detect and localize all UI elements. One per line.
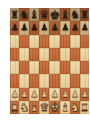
white-knight-piece[interactable]: ♞ [70,102,80,113]
square-g5[interactable] [70,48,80,61]
square-f2[interactable]: ♟ [60,88,70,101]
square-b5[interactable] [19,48,29,61]
square-e5[interactable] [49,48,60,61]
square-d2[interactable]: ♟ [39,88,49,101]
white-king-piece[interactable]: ♚ [49,101,60,113]
black-knight-piece[interactable]: ♞ [70,9,80,20]
square-h3[interactable] [80,74,89,87]
white-pawn-piece[interactable]: ♟ [51,90,59,99]
square-a5[interactable] [10,48,19,61]
square-c6[interactable] [29,35,39,48]
black-rook-piece[interactable]: ♜ [80,9,89,20]
square-f7[interactable]: ♟ [60,21,70,34]
square-h7[interactable]: ♟ [80,21,89,34]
square-d6[interactable] [39,35,49,48]
black-pawn-piece[interactable]: ♟ [81,23,89,32]
square-f8[interactable]: ♝ [60,8,70,21]
white-knight-piece[interactable]: ♞ [19,102,29,113]
square-c5[interactable] [29,48,39,61]
black-pawn-piece[interactable]: ♟ [30,23,38,32]
square-f6[interactable] [60,35,70,48]
square-b1[interactable]: ♞ [19,101,29,114]
black-pawn-piece[interactable]: ♟ [11,23,19,32]
square-c2[interactable]: ♟ [29,88,39,101]
square-d3[interactable] [39,74,49,87]
square-d7[interactable]: ♟ [39,21,49,34]
square-d1[interactable]: ♛ [39,101,49,114]
square-f4[interactable] [60,61,70,74]
square-g4[interactable] [70,61,80,74]
black-king-piece[interactable]: ♚ [49,9,60,21]
square-c4[interactable] [29,61,39,74]
square-a7[interactable]: ♟ [10,21,19,34]
square-b3[interactable] [19,74,29,87]
white-pawn-piece[interactable]: ♟ [11,90,19,99]
square-h6[interactable] [80,35,89,48]
square-e7[interactable]: ♟ [49,21,60,34]
black-knight-piece[interactable]: ♞ [19,9,29,20]
square-e4[interactable] [49,61,60,74]
square-e3[interactable] [49,74,60,87]
square-a8[interactable]: ♜ [10,8,19,21]
square-h5[interactable] [80,48,89,61]
square-g1[interactable]: ♞ [70,101,80,114]
white-bishop-piece[interactable]: ♝ [29,102,39,113]
white-rook-piece[interactable]: ♜ [80,102,89,113]
white-pawn-piece[interactable]: ♟ [20,90,28,99]
black-pawn-piece[interactable]: ♟ [51,23,59,32]
square-f5[interactable] [60,48,70,61]
square-c7[interactable]: ♟ [29,21,39,34]
black-bishop-piece[interactable]: ♝ [29,9,39,20]
chess-board: ♜♞♝♛♚♝♞♜♟♟♟♟♟♟♟♟♟♟♟♟♟♟♟♟♜♞♝♛♚♝♞♜ [10,8,80,114]
square-b7[interactable]: ♟ [19,21,29,34]
square-a2[interactable]: ♟ [10,88,19,101]
black-bishop-piece[interactable]: ♝ [60,9,70,20]
square-a3[interactable] [10,74,19,87]
square-e8[interactable]: ♚ [49,8,60,21]
square-b4[interactable] [19,61,29,74]
black-queen-piece[interactable]: ♛ [39,9,49,21]
square-b2[interactable]: ♟ [19,88,29,101]
black-rook-piece[interactable]: ♜ [10,9,19,20]
square-f1[interactable]: ♝ [60,101,70,114]
square-g8[interactable]: ♞ [70,8,80,21]
square-e1[interactable]: ♚ [49,101,60,114]
square-e2[interactable]: ♟ [49,88,60,101]
white-pawn-piece[interactable]: ♟ [81,90,89,99]
black-pawn-piece[interactable]: ♟ [20,23,28,32]
square-f3[interactable] [60,74,70,87]
square-c8[interactable]: ♝ [29,8,39,21]
square-b6[interactable] [19,35,29,48]
square-g3[interactable] [70,74,80,87]
white-pawn-piece[interactable]: ♟ [40,90,48,99]
square-a6[interactable] [10,35,19,48]
white-rook-piece[interactable]: ♜ [10,102,19,113]
square-d5[interactable] [39,48,49,61]
square-h1[interactable]: ♜ [80,101,89,114]
square-h2[interactable]: ♟ [80,88,89,101]
white-pawn-piece[interactable]: ♟ [61,90,69,99]
black-pawn-piece[interactable]: ♟ [40,23,48,32]
white-queen-piece[interactable]: ♛ [39,102,49,114]
square-c3[interactable] [29,74,39,87]
white-pawn-piece[interactable]: ♟ [30,90,38,99]
square-a1[interactable]: ♜ [10,101,19,114]
square-e6[interactable] [49,35,60,48]
square-h4[interactable] [80,61,89,74]
square-h8[interactable]: ♜ [80,8,89,21]
screenshot: ♜♞♝♛♚♝♞♜♟♟♟♟♟♟♟♟♟♟♟♟♟♟♟♟♜♞♝♛♚♝♞♜ [0,0,90,120]
square-b8[interactable]: ♞ [19,8,29,21]
white-bishop-piece[interactable]: ♝ [60,102,70,113]
square-d4[interactable] [39,61,49,74]
square-g2[interactable]: ♟ [70,88,80,101]
square-c1[interactable]: ♝ [29,101,39,114]
black-pawn-piece[interactable]: ♟ [71,23,79,32]
square-g6[interactable] [70,35,80,48]
square-a4[interactable] [10,61,19,74]
white-pawn-piece[interactable]: ♟ [71,90,79,99]
black-pawn-piece[interactable]: ♟ [61,23,69,32]
square-d8[interactable]: ♛ [39,8,49,21]
square-g7[interactable]: ♟ [70,21,80,34]
